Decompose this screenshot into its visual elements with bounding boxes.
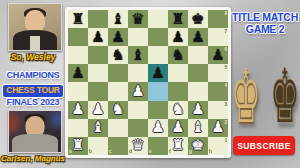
square-a1: a♜ [68,137,88,155]
square-g2: ♝ [188,119,208,137]
black-bishop-c8: ♝ [111,12,124,27]
white-king-g1: ♚ [191,138,204,153]
file-label-f: f [169,149,171,154]
black-pawn-b7: ♟ [91,30,104,45]
square-c7: ♟ [108,28,128,46]
square-h2: 2♟ [208,119,228,137]
square-h8: 8 [208,10,228,28]
square-g4 [188,82,208,100]
square-f2: ♟ [168,119,188,137]
black-pawn-h6: ♟ [211,48,224,63]
square-h3: 3 [208,101,228,119]
rank-label-7: 7 [224,29,227,34]
white-queen-d1: ♛ [131,138,144,153]
rank-label-4: 4 [224,83,227,88]
square-e4 [148,82,168,100]
player-photo-so [8,3,62,51]
square-c3: ♞ [108,101,128,119]
black-rook-a8: ♜ [71,12,84,27]
file-label-h: h [209,149,212,154]
square-g1: g♚ [188,137,208,155]
event-line-chess-tour: CHESS TOUR [3,85,63,97]
chess-board-frame: ♜♝♛♜♚8♟♟♟♟7♞♝♞6♟♟♟5♟4♟♟♞♞♟3♝♟♟♝2♟a♜bcd♛e… [65,7,231,158]
square-d2 [128,119,148,137]
players-panel: So, Wesley CHAMPIONS CHESS TOUR FINALS 2… [0,0,66,168]
black-knight-c6: ♞ [111,48,124,63]
white-pawn-a3: ♟ [71,102,84,117]
square-f1: f♜ [168,137,188,155]
square-e3 [148,101,168,119]
square-c1: c [108,137,128,155]
file-label-b: b [89,149,92,154]
rank-label-8: 8 [224,11,227,16]
square-h4: 4 [208,82,228,100]
file-label-a: a [69,149,72,154]
square-d3 [128,101,148,119]
white-bishop-g2: ♝ [191,120,204,135]
carlsen-portrait [9,111,61,152]
square-h7: 7 [208,28,228,46]
square-b5 [88,64,108,82]
square-e8 [148,10,168,28]
square-g7: ♟ [188,28,208,46]
square-e7 [148,28,168,46]
square-c5 [108,64,128,82]
square-b2: ♝ [88,119,108,137]
square-e1: e [148,137,168,155]
white-pawn-b3: ♟ [91,102,104,117]
square-d5 [128,64,148,82]
player-name-top: So, Wesley [0,52,66,62]
white-pawn-g3: ♟ [191,102,204,117]
chess-video-thumbnail: So, Wesley CHAMPIONS CHESS TOUR FINALS 2… [0,0,300,168]
black-pawn-a5: ♟ [71,66,84,81]
square-e5: ♟ [148,64,168,82]
square-c4 [108,82,128,100]
square-a5: ♟ [68,64,88,82]
square-f7: ♟ [168,28,188,46]
white-pawn-f2: ♟ [171,120,184,135]
square-g3: ♟ [188,101,208,119]
square-g8: ♚ [188,10,208,28]
rank-label-1: 1 [224,138,227,143]
white-rook-a1: ♜ [71,138,84,153]
rank-label-2: 2 [224,120,227,125]
square-f6: ♞ [168,46,188,64]
white-rook-f1: ♜ [171,138,184,153]
square-g5 [188,64,208,82]
square-h5: 5 [208,64,228,82]
square-h1: h1 [208,137,228,155]
player-name-bottom: Carlsen, Magnus [0,154,66,163]
square-d7 [128,28,148,46]
square-d8: ♛ [128,10,148,28]
match-title-line2: GAME 2 [232,23,298,35]
square-c2 [108,119,128,137]
square-b8 [88,10,108,28]
square-d1: d♛ [128,137,148,155]
square-b6 [88,46,108,64]
square-b7: ♟ [88,28,108,46]
square-a3: ♟ [68,101,88,119]
black-king-g8: ♚ [191,12,204,27]
square-c6: ♞ [108,46,128,64]
square-e2: ♟ [148,119,168,137]
rank-label-5: 5 [224,65,227,70]
match-title-line1: TITLE MATCH [232,11,298,23]
square-f5 [168,64,188,82]
file-label-e: e [149,149,152,154]
square-f8: ♜ [168,10,188,28]
black-knight-f6: ♞ [171,48,184,63]
white-pawn-d4: ♟ [131,84,144,99]
rank-label-6: 6 [224,47,227,52]
face [25,10,45,32]
square-c8: ♝ [108,10,128,28]
square-a8: ♜ [68,10,88,28]
player-photo-carlsen [8,110,62,153]
rank-label-3: 3 [224,102,227,107]
square-a4 [68,82,88,100]
event-line-finals: FINALS 2023 [0,98,66,107]
event-line-champions: CHAMPIONS [0,71,66,80]
square-b4 [88,82,108,100]
subscribe-button[interactable]: SUBSCRIBE [233,136,295,155]
white-bishop-b2: ♝ [91,120,104,135]
black-pawn-c7: ♟ [111,30,124,45]
white-pawn-e2: ♟ [151,120,164,135]
square-e6 [148,46,168,64]
black-pawn-f7: ♟ [171,30,184,45]
square-b1: b [88,137,108,155]
square-b3: ♟ [88,101,108,119]
square-d6: ♝ [128,46,148,64]
king-pieces-photo: ♚ ♚ [232,46,298,134]
square-d4: ♟ [128,82,148,100]
square-g6 [188,46,208,64]
match-info-panel: TITLE MATCH GAME 2 ♚ ♚ SUBSCRIBE [232,0,300,168]
white-king-icon: ♚ [231,61,260,135]
white-pawn-h2: ♟ [211,120,224,135]
so-portrait [9,4,61,50]
black-king-icon: ♚ [270,61,299,135]
white-knight-f3: ♞ [171,102,184,117]
shirt [12,134,58,153]
square-h6: 6♟ [208,46,228,64]
black-bishop-d6: ♝ [131,48,144,63]
match-title: TITLE MATCH GAME 2 [232,11,298,35]
square-f3: ♞ [168,101,188,119]
black-queen-d8: ♛ [131,12,144,27]
square-f4 [168,82,188,100]
chess-board: ♜♝♛♜♚8♟♟♟♟7♞♝♞6♟♟♟5♟4♟♟♞♞♟3♝♟♟♝2♟a♜bcd♛e… [68,10,228,155]
square-a7 [68,28,88,46]
square-a6 [68,46,88,64]
white-knight-c3: ♞ [111,102,124,117]
shirt [30,36,40,51]
file-label-g: g [189,149,192,154]
black-rook-f8: ♜ [171,12,184,27]
event-logo: CHAMPIONS CHESS TOUR FINALS 2023 [0,71,66,107]
black-pawn-g7: ♟ [191,30,204,45]
black-pawn-e5: ♟ [151,66,164,81]
file-label-c: c [109,149,112,154]
square-a2 [68,119,88,137]
file-label-d: d [129,149,132,154]
